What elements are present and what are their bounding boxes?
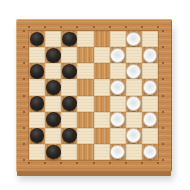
frame-peg-dot <box>23 127 25 129</box>
square-f4[interactable] <box>110 96 126 112</box>
frame-peg-dot <box>157 26 159 28</box>
square-c2[interactable] <box>61 128 77 144</box>
square-b3[interactable] <box>45 112 61 128</box>
square-c8[interactable] <box>61 31 77 47</box>
square-h6[interactable] <box>142 63 158 79</box>
square-e2[interactable] <box>94 128 110 144</box>
frame-peg-dot <box>23 159 25 161</box>
square-d5[interactable] <box>77 79 93 95</box>
frame-peg-dot <box>76 162 78 164</box>
square-c7[interactable] <box>61 47 77 63</box>
square-b4[interactable] <box>45 96 61 112</box>
square-b6[interactable] <box>45 63 61 79</box>
frame-peg-dot <box>23 78 25 80</box>
white-checker-piece[interactable] <box>126 64 141 79</box>
frame-peg-dot <box>76 26 78 28</box>
square-d1[interactable] <box>77 144 93 160</box>
white-checker-piece[interactable] <box>126 128 141 143</box>
white-checker-piece[interactable] <box>126 32 141 47</box>
frame-peg-dot <box>162 78 164 80</box>
black-checker-piece[interactable] <box>62 96 77 111</box>
square-d3[interactable] <box>77 112 93 128</box>
square-h7[interactable] <box>142 47 158 63</box>
square-h3[interactable] <box>142 112 158 128</box>
black-checker-piece[interactable] <box>46 48 61 63</box>
square-f6[interactable] <box>110 63 126 79</box>
frame-peg-dot <box>157 162 159 164</box>
square-d4[interactable] <box>77 96 93 112</box>
frame-peg-dot <box>23 46 25 48</box>
frame-peg-dot <box>109 26 111 28</box>
frame-peg-dot <box>44 162 46 164</box>
square-g7[interactable] <box>126 47 142 63</box>
white-checker-piece[interactable] <box>143 80 158 95</box>
square-a4[interactable] <box>29 96 45 112</box>
square-e4[interactable] <box>94 96 110 112</box>
square-h4[interactable] <box>142 96 158 112</box>
square-c4[interactable] <box>61 96 77 112</box>
frame-peg-dot <box>109 162 111 164</box>
frame-peg-dot <box>23 143 25 145</box>
white-checker-piece[interactable] <box>126 96 141 111</box>
frame-peg-dot <box>125 26 127 28</box>
square-f3[interactable] <box>110 112 126 128</box>
frame-peg-dot <box>23 30 25 32</box>
square-d2[interactable] <box>77 128 93 144</box>
square-h2[interactable] <box>142 128 158 144</box>
white-checker-piece[interactable] <box>110 145 125 160</box>
white-checker-piece[interactable] <box>143 112 158 127</box>
square-c6[interactable] <box>61 63 77 79</box>
white-checker-piece[interactable] <box>143 48 158 63</box>
square-h1[interactable] <box>142 144 158 160</box>
board-grid <box>29 31 158 160</box>
square-a8[interactable] <box>29 31 45 47</box>
white-checker-piece[interactable] <box>110 48 125 63</box>
square-a5[interactable] <box>29 79 45 95</box>
black-checker-piece[interactable] <box>46 112 61 127</box>
square-e7[interactable] <box>94 47 110 63</box>
square-f5[interactable] <box>110 79 126 95</box>
black-checker-piece[interactable] <box>62 64 77 79</box>
square-g3[interactable] <box>126 112 142 128</box>
frame-peg-dot <box>93 162 95 164</box>
frame-peg-dot <box>162 159 164 161</box>
frame-peg-dot <box>162 143 164 145</box>
square-g5[interactable] <box>126 79 142 95</box>
square-a7[interactable] <box>29 47 45 63</box>
square-c3[interactable] <box>61 112 77 128</box>
square-a1[interactable] <box>29 144 45 160</box>
square-f7[interactable] <box>110 47 126 63</box>
square-c5[interactable] <box>61 79 77 95</box>
square-b8[interactable] <box>45 31 61 47</box>
square-b2[interactable] <box>45 128 61 144</box>
frame-peg-dot <box>162 62 164 64</box>
square-a2[interactable] <box>29 128 45 144</box>
square-e6[interactable] <box>94 63 110 79</box>
frame-peg-dot <box>23 111 25 113</box>
square-f2[interactable] <box>110 128 126 144</box>
black-checker-piece[interactable] <box>46 145 61 160</box>
square-g2[interactable] <box>126 128 142 144</box>
square-e1[interactable] <box>94 144 110 160</box>
white-checker-piece[interactable] <box>110 112 125 127</box>
white-checker-piece[interactable] <box>143 145 158 160</box>
square-g8[interactable] <box>126 31 142 47</box>
square-h5[interactable] <box>142 79 158 95</box>
black-checker-piece[interactable] <box>30 128 45 143</box>
square-a6[interactable] <box>29 63 45 79</box>
frame-peg-dot <box>93 26 95 28</box>
square-f1[interactable] <box>110 144 126 160</box>
square-e5[interactable] <box>94 79 110 95</box>
black-checker-piece[interactable] <box>62 32 77 47</box>
square-g1[interactable] <box>126 144 142 160</box>
square-d8[interactable] <box>77 31 93 47</box>
black-checker-piece[interactable] <box>30 96 45 111</box>
checkers-board <box>16 19 172 172</box>
frame-peg-dot <box>44 26 46 28</box>
square-d6[interactable] <box>77 63 93 79</box>
frame-peg-dot <box>141 162 143 164</box>
square-c1[interactable] <box>61 144 77 160</box>
frame-peg-dot <box>23 95 25 97</box>
square-g4[interactable] <box>126 96 142 112</box>
frame-peg-dot <box>28 162 30 164</box>
frame-peg-dot <box>125 162 127 164</box>
frame-peg-dot <box>28 26 30 28</box>
black-checker-piece[interactable] <box>46 80 61 95</box>
board-photo <box>0 0 190 190</box>
frame-peg-dot <box>141 26 143 28</box>
frame-peg-dot <box>162 30 164 32</box>
frame-peg-dot <box>23 62 25 64</box>
black-checker-piece[interactable] <box>30 64 45 79</box>
frame-peg-dot <box>162 127 164 129</box>
frame-peg-dot <box>60 26 62 28</box>
square-d7[interactable] <box>77 47 93 63</box>
square-h8[interactable] <box>142 31 158 47</box>
black-checker-piece[interactable] <box>30 32 45 47</box>
black-checker-piece[interactable] <box>62 128 77 143</box>
square-b1[interactable] <box>45 144 61 160</box>
square-f8[interactable] <box>110 31 126 47</box>
frame-peg-dot <box>162 95 164 97</box>
frame-peg-dot <box>60 162 62 164</box>
square-e8[interactable] <box>94 31 110 47</box>
square-g6[interactable] <box>126 63 142 79</box>
frame-peg-dot <box>162 111 164 113</box>
frame-peg-dot <box>162 46 164 48</box>
square-a3[interactable] <box>29 112 45 128</box>
white-checker-piece[interactable] <box>110 80 125 95</box>
square-b7[interactable] <box>45 47 61 63</box>
square-b5[interactable] <box>45 79 61 95</box>
square-e3[interactable] <box>94 112 110 128</box>
